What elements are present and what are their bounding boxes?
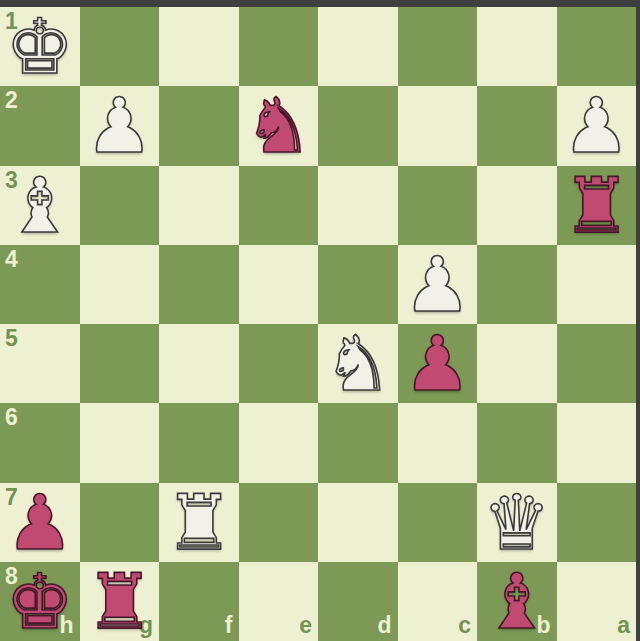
square-g2[interactable]: ♟ [80,86,160,165]
square-h5[interactable]: 5 [0,324,80,403]
square-h3[interactable]: 3♝ [0,166,80,245]
square-d7[interactable] [318,483,398,562]
square-c8[interactable]: c [398,562,478,641]
square-g4[interactable] [80,245,160,324]
file-label: a [617,614,630,637]
white-bishop-piece[interactable]: ♝ [6,166,74,245]
black-knight-piece[interactable]: ♞ [244,86,312,165]
rank-label: 2 [5,89,18,112]
square-f6[interactable] [159,403,239,482]
white-pawn-piece[interactable]: ♟ [562,86,630,165]
white-rook-piece[interactable]: ♜ [165,483,233,562]
square-h6[interactable]: 6 [0,403,80,482]
square-c7[interactable] [398,483,478,562]
square-c1[interactable] [398,7,478,86]
square-g8[interactable]: g♜ [80,562,160,641]
square-b3[interactable] [477,166,557,245]
square-e5[interactable] [239,324,319,403]
square-h4[interactable]: 4 [0,245,80,324]
file-label: c [458,614,471,637]
square-f3[interactable] [159,166,239,245]
square-g3[interactable] [80,166,160,245]
square-h1[interactable]: 1♚ [0,7,80,86]
square-h7[interactable]: 7♟ [0,483,80,562]
square-d6[interactable] [318,403,398,482]
square-g1[interactable] [80,7,160,86]
square-f5[interactable] [159,324,239,403]
square-e2[interactable]: ♞ [239,86,319,165]
square-h2[interactable]: 2 [0,86,80,165]
square-f7[interactable]: ♜ [159,483,239,562]
rank-label: 6 [5,406,18,429]
square-c4[interactable]: ♟ [398,245,478,324]
file-label: d [377,614,391,637]
square-c3[interactable] [398,166,478,245]
square-g7[interactable] [80,483,160,562]
white-knight-piece[interactable]: ♞ [324,324,392,403]
square-c6[interactable] [398,403,478,482]
black-pawn-piece[interactable]: ♟ [403,324,471,403]
square-d3[interactable] [318,166,398,245]
white-pawn-piece[interactable]: ♟ [85,86,153,165]
square-d5[interactable]: ♞ [318,324,398,403]
black-rook-piece[interactable]: ♜ [85,562,153,641]
square-h8[interactable]: 8h♚ [0,562,80,641]
square-b5[interactable] [477,324,557,403]
square-g6[interactable] [80,403,160,482]
square-b1[interactable] [477,7,557,86]
white-pawn-piece[interactable]: ♟ [403,245,471,324]
square-d4[interactable] [318,245,398,324]
square-f2[interactable] [159,86,239,165]
square-a8[interactable]: a [557,562,637,641]
board-frame: 1♚2♟♞♟3♝♜4♟5♞♟67♟♜♛8h♚g♜fedcb♝a [0,0,640,641]
square-f4[interactable] [159,245,239,324]
square-a4[interactable] [557,245,637,324]
white-queen-piece[interactable]: ♛ [483,483,551,562]
square-b2[interactable] [477,86,557,165]
rank-label: 4 [5,248,18,271]
file-label: e [299,614,312,637]
chess-board: 1♚2♟♞♟3♝♜4♟5♞♟67♟♜♛8h♚g♜fedcb♝a [0,7,636,641]
square-a5[interactable] [557,324,637,403]
square-a7[interactable] [557,483,637,562]
square-d1[interactable] [318,7,398,86]
square-e4[interactable] [239,245,319,324]
square-a2[interactable]: ♟ [557,86,637,165]
square-b8[interactable]: b♝ [477,562,557,641]
square-a6[interactable] [557,403,637,482]
square-e7[interactable] [239,483,319,562]
square-d8[interactable]: d [318,562,398,641]
square-b7[interactable]: ♛ [477,483,557,562]
square-f8[interactable]: f [159,562,239,641]
rank-label: 5 [5,327,18,350]
square-e1[interactable] [239,7,319,86]
white-king-piece[interactable]: ♚ [6,7,74,86]
square-b6[interactable] [477,403,557,482]
square-a3[interactable]: ♜ [557,166,637,245]
black-rook-piece[interactable]: ♜ [562,166,630,245]
black-king-piece[interactable]: ♚ [6,562,74,641]
square-e8[interactable]: e [239,562,319,641]
black-bishop-piece[interactable]: ♝ [483,562,551,641]
square-e3[interactable] [239,166,319,245]
file-label: f [225,614,233,637]
square-e6[interactable] [239,403,319,482]
square-f1[interactable] [159,7,239,86]
square-c2[interactable] [398,86,478,165]
square-g5[interactable] [80,324,160,403]
square-d2[interactable] [318,86,398,165]
square-a1[interactable] [557,7,637,86]
black-pawn-piece[interactable]: ♟ [6,483,74,562]
square-b4[interactable] [477,245,557,324]
square-c5[interactable]: ♟ [398,324,478,403]
